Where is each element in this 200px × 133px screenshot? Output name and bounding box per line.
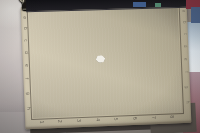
right-file-label-f: f <box>184 71 189 73</box>
right-file-label-h: h <box>185 101 190 104</box>
left-file-label-a: a <box>22 16 27 19</box>
rank-label-8: 8 <box>169 115 174 118</box>
right-file-label-g: g <box>184 85 189 88</box>
rank-label-7: 7 <box>151 116 156 119</box>
rank-label-2: 2 <box>58 120 63 123</box>
right-file-label-e: e <box>183 58 188 61</box>
rank-label-4: 4 <box>95 118 100 121</box>
left-file-label-h: h <box>25 107 30 110</box>
rank-label-6: 6 <box>132 117 137 120</box>
rank-label-5: 5 <box>114 117 119 120</box>
right-file-label-b: b <box>182 21 187 24</box>
left-file-label-d: d <box>23 51 28 54</box>
left-file-label-f: f <box>24 78 29 80</box>
object-blue <box>191 7 200 23</box>
laptop-sticker-blue <box>133 2 146 7</box>
left-file-label-c: c <box>22 39 27 42</box>
left-file-label-g: g <box>25 91 30 94</box>
right-file-label-a: a <box>181 10 186 13</box>
rank-label-1: 1 <box>39 120 44 123</box>
rank-label-3: 3 <box>76 119 81 122</box>
board-grid: ♟♞♟♟♚♚♛♟♟♟♟♟ <box>29 6 182 118</box>
chessboard-photo: ♟♞♟♟♚♚♛♟♟♟♟♟ aabbccddeeffgghh12345678 <box>0 0 200 133</box>
left-file-label-b: b <box>22 27 27 30</box>
chess-board: ♟♞♟♟♚♚♛♟♟♟♟♟ aabbccddeeffgghh12345678 <box>21 1 192 130</box>
left-file-label-e: e <box>24 64 29 67</box>
right-file-label-c: c <box>182 33 187 36</box>
laptop-dot-green <box>155 3 161 7</box>
right-file-label-d: d <box>183 45 188 48</box>
